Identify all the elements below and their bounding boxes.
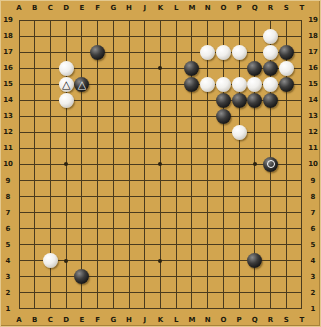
column-label-top: L [169, 4, 183, 12]
grid-line-vertical [301, 20, 302, 309]
row-label-right: 2 [306, 289, 320, 297]
column-label-bottom: T [295, 316, 309, 324]
stone-white-D16[interactable] [59, 61, 74, 76]
column-label-top: S [279, 4, 293, 12]
row-label-right: 11 [306, 144, 320, 152]
stone-white-D14[interactable] [59, 93, 74, 108]
row-label-right: 12 [306, 128, 320, 136]
stone-white-R15[interactable] [263, 77, 278, 92]
stone-white-C4[interactable] [43, 253, 58, 268]
column-label-top: P [232, 4, 246, 12]
column-label-bottom: N [201, 316, 215, 324]
stone-black-Q4[interactable] [247, 253, 262, 268]
stone-black-F17[interactable] [90, 45, 105, 60]
column-label-top: C [43, 4, 57, 12]
stone-white-O17[interactable] [216, 45, 231, 60]
column-label-top: N [201, 4, 215, 12]
column-label-top: R [264, 4, 278, 12]
column-label-top: J [138, 4, 152, 12]
column-label-top: Q [248, 4, 262, 12]
column-label-bottom: J [138, 316, 152, 324]
grid-line-horizontal [19, 276, 302, 277]
stone-black-R14[interactable] [263, 93, 278, 108]
grid-line-vertical [176, 20, 177, 309]
row-label-right: 6 [306, 225, 320, 233]
row-label-right: 14 [306, 96, 320, 104]
row-label-right: 10 [306, 160, 320, 168]
stone-white-Q15[interactable] [247, 77, 262, 92]
stone-black-M16[interactable] [184, 61, 199, 76]
stone-black-P14[interactable] [232, 93, 247, 108]
column-label-bottom: B [28, 316, 42, 324]
stone-white-S16[interactable] [279, 61, 294, 76]
grid-line-horizontal [19, 308, 302, 309]
go-board[interactable]: AABBCCDDEEFFGGHHJJKKLLMMNNOOPPQQRRSSTT19… [0, 0, 321, 327]
stone-black-O14[interactable] [216, 93, 231, 108]
row-label-left: 11 [1, 144, 15, 152]
grid-line-vertical [207, 20, 208, 309]
column-label-top: F [91, 4, 105, 12]
column-label-top: O [216, 4, 230, 12]
row-label-left: 17 [1, 48, 15, 56]
row-label-right: 3 [306, 273, 320, 281]
row-label-left: 18 [1, 32, 15, 40]
stone-white-P12[interactable] [232, 125, 247, 140]
row-label-left: 7 [1, 209, 15, 217]
row-label-right: 5 [306, 241, 320, 249]
row-label-left: 3 [1, 273, 15, 281]
triangle-marker: △ [78, 76, 86, 91]
last-move-circle-marker [267, 160, 275, 168]
column-label-top: G [106, 4, 120, 12]
stone-black-S15[interactable] [279, 77, 294, 92]
row-label-left: 4 [1, 257, 15, 265]
row-label-left: 13 [1, 112, 15, 120]
column-label-top: M [185, 4, 199, 12]
column-label-top: D [59, 4, 73, 12]
grid-line-horizontal [19, 244, 302, 245]
stone-black-E3[interactable] [74, 269, 89, 284]
grid-line-vertical [239, 20, 240, 309]
row-label-left: 12 [1, 128, 15, 136]
grid-line-horizontal [19, 292, 302, 293]
grid-line-vertical [223, 20, 224, 309]
column-label-bottom: L [169, 316, 183, 324]
column-label-top: B [28, 4, 42, 12]
column-label-bottom: G [106, 316, 120, 324]
grid-line-horizontal [19, 228, 302, 229]
column-label-bottom: Q [248, 316, 262, 324]
stone-black-E15[interactable]: △ [74, 77, 89, 92]
column-label-bottom: K [153, 316, 167, 324]
column-label-bottom: D [59, 316, 73, 324]
column-label-bottom: C [43, 316, 57, 324]
stone-white-D15[interactable]: △ [59, 77, 74, 92]
column-label-top: T [295, 4, 309, 12]
grid-line-horizontal [19, 212, 302, 213]
row-label-left: 14 [1, 96, 15, 104]
column-label-bottom: F [91, 316, 105, 324]
column-label-bottom: O [216, 316, 230, 324]
column-label-top: K [153, 4, 167, 12]
star-point [158, 259, 162, 263]
star-point [64, 162, 68, 166]
row-label-right: 4 [306, 257, 320, 265]
stone-white-N15[interactable] [200, 77, 215, 92]
star-point [158, 66, 162, 70]
row-label-left: 19 [1, 16, 15, 24]
stone-white-N17[interactable] [200, 45, 215, 60]
row-label-right: 19 [306, 16, 320, 24]
stone-black-M15[interactable] [184, 77, 199, 92]
column-label-bottom: R [264, 316, 278, 324]
row-label-right: 7 [306, 209, 320, 217]
row-label-right: 9 [306, 177, 320, 185]
row-label-left: 10 [1, 160, 15, 168]
column-label-bottom: E [75, 316, 89, 324]
stone-black-Q14[interactable] [247, 93, 262, 108]
star-point [64, 259, 68, 263]
triangle-marker: △ [62, 76, 70, 91]
stone-white-P17[interactable] [232, 45, 247, 60]
row-label-left: 6 [1, 225, 15, 233]
star-point [253, 162, 257, 166]
stone-black-Q16[interactable] [247, 61, 262, 76]
column-label-bottom: P [232, 316, 246, 324]
star-point [158, 162, 162, 166]
stone-black-S17[interactable] [279, 45, 294, 60]
row-label-left: 1 [1, 305, 15, 313]
row-label-right: 1 [306, 305, 320, 313]
stone-black-R10[interactable] [263, 157, 278, 172]
row-label-right: 18 [306, 32, 320, 40]
row-label-left: 8 [1, 193, 15, 201]
row-label-left: 2 [1, 289, 15, 297]
column-label-bottom: M [185, 316, 199, 324]
row-label-right: 16 [306, 64, 320, 72]
column-label-bottom: H [122, 316, 136, 324]
stone-white-O15[interactable] [216, 77, 231, 92]
stone-black-R16[interactable] [263, 61, 278, 76]
grid-line-horizontal [19, 196, 302, 197]
stone-white-R17[interactable] [263, 45, 278, 60]
row-label-right: 17 [306, 48, 320, 56]
column-label-top: E [75, 4, 89, 12]
column-label-bottom: A [12, 316, 26, 324]
row-label-left: 5 [1, 241, 15, 249]
row-label-right: 15 [306, 80, 320, 88]
stone-white-P15[interactable] [232, 77, 247, 92]
row-label-left: 16 [1, 64, 15, 72]
stone-white-R18[interactable] [263, 29, 278, 44]
column-label-top: A [12, 4, 26, 12]
column-label-bottom: S [279, 316, 293, 324]
row-label-left: 9 [1, 177, 15, 185]
row-label-right: 13 [306, 112, 320, 120]
stone-black-O13[interactable] [216, 109, 231, 124]
row-label-left: 15 [1, 80, 15, 88]
column-label-top: H [122, 4, 136, 12]
row-label-right: 8 [306, 193, 320, 201]
grid-line-horizontal [19, 180, 302, 181]
